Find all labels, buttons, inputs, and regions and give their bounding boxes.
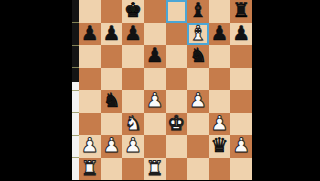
chess-board: ♚♝♜♟♟♟♝♟♟♟♞♞♟♟♞♚♟♟♟♟♛♟♜♜	[79, 0, 252, 180]
square-d6[interactable]: ♟	[144, 45, 166, 68]
white-king[interactable]: ♚	[167, 113, 185, 133]
black-pawn[interactable]: ♟	[146, 45, 164, 65]
square-h2[interactable]: ♟	[230, 135, 252, 158]
evaluation-bar-tick	[72, 22, 79, 23]
white-bishop[interactable]: ♝	[189, 23, 207, 43]
square-f4[interactable]: ♟	[187, 90, 209, 113]
square-b3[interactable]	[101, 113, 123, 136]
evaluation-bar-black-section	[72, 0, 79, 82]
evaluation-bar-tick	[72, 90, 79, 91]
black-pawn[interactable]: ♟	[124, 23, 142, 43]
black-rook[interactable]: ♜	[232, 0, 250, 20]
black-pawn[interactable]: ♟	[211, 23, 229, 43]
square-b4[interactable]: ♞	[101, 90, 123, 113]
square-a8[interactable]	[79, 0, 101, 23]
square-g2[interactable]: ♛	[209, 135, 231, 158]
square-h1[interactable]	[230, 158, 252, 181]
square-a5[interactable]	[79, 68, 101, 91]
square-c2[interactable]: ♟	[122, 135, 144, 158]
square-g5[interactable]	[209, 68, 231, 91]
black-king[interactable]: ♚	[124, 0, 142, 20]
black-pawn[interactable]: ♟	[81, 23, 99, 43]
black-knight[interactable]: ♞	[102, 90, 120, 110]
evaluation-bar-tick	[72, 157, 79, 158]
app-canvas: ♚♝♜♟♟♟♝♟♟♟♞♞♟♟♞♚♟♟♟♟♛♟♜♜	[0, 0, 320, 180]
white-pawn[interactable]: ♟	[124, 135, 142, 155]
square-h6[interactable]	[230, 45, 252, 68]
black-pawn[interactable]: ♟	[232, 23, 250, 43]
square-c7[interactable]: ♟	[122, 23, 144, 46]
square-f8[interactable]: ♝	[187, 0, 209, 23]
square-d3[interactable]	[144, 113, 166, 136]
white-pawn[interactable]: ♟	[146, 90, 164, 110]
square-h8[interactable]: ♜	[230, 0, 252, 23]
square-c8[interactable]: ♚	[122, 0, 144, 23]
square-c1[interactable]	[122, 158, 144, 181]
evaluation-bar-tick	[72, 135, 79, 136]
square-d4[interactable]: ♟	[144, 90, 166, 113]
square-a1[interactable]: ♜	[79, 158, 101, 181]
square-g8[interactable]	[209, 0, 231, 23]
square-a7[interactable]: ♟	[79, 23, 101, 46]
evaluation-bar-tick	[72, 45, 79, 46]
square-c4[interactable]	[122, 90, 144, 113]
square-f5[interactable]	[187, 68, 209, 91]
square-g3[interactable]: ♟	[209, 113, 231, 136]
square-d2[interactable]	[144, 135, 166, 158]
square-h7[interactable]: ♟	[230, 23, 252, 46]
square-d8[interactable]	[144, 0, 166, 23]
square-c6[interactable]	[122, 45, 144, 68]
square-g1[interactable]	[209, 158, 231, 181]
square-b7[interactable]: ♟	[101, 23, 123, 46]
square-d7[interactable]	[144, 23, 166, 46]
black-pawn[interactable]: ♟	[102, 23, 120, 43]
evaluation-bar-white-section	[72, 82, 79, 180]
square-e6[interactable]	[166, 45, 188, 68]
square-f1[interactable]	[187, 158, 209, 181]
square-f6[interactable]: ♞	[187, 45, 209, 68]
square-d1[interactable]: ♜	[144, 158, 166, 181]
square-h3[interactable]	[230, 113, 252, 136]
white-pawn[interactable]: ♟	[81, 135, 99, 155]
square-f2[interactable]	[187, 135, 209, 158]
square-e3[interactable]: ♚	[166, 113, 188, 136]
square-b1[interactable]	[101, 158, 123, 181]
square-g7[interactable]: ♟	[209, 23, 231, 46]
square-h5[interactable]	[230, 68, 252, 91]
square-e4[interactable]	[166, 90, 188, 113]
square-c5[interactable]	[122, 68, 144, 91]
square-e7[interactable]	[166, 23, 188, 46]
white-knight[interactable]: ♞	[124, 113, 142, 133]
white-pawn[interactable]: ♟	[102, 135, 120, 155]
square-d5[interactable]	[144, 68, 166, 91]
black-queen[interactable]: ♛	[211, 135, 229, 155]
square-b2[interactable]: ♟	[101, 135, 123, 158]
square-f3[interactable]	[187, 113, 209, 136]
evaluation-bar-tick	[72, 67, 79, 68]
square-e2[interactable]	[166, 135, 188, 158]
square-g4[interactable]	[209, 90, 231, 113]
evaluation-bar	[72, 0, 79, 180]
square-a3[interactable]	[79, 113, 101, 136]
evaluation-bar-tick	[72, 112, 79, 113]
black-bishop[interactable]: ♝	[189, 0, 207, 20]
square-e1[interactable]	[166, 158, 188, 181]
square-h4[interactable]	[230, 90, 252, 113]
square-b5[interactable]	[101, 68, 123, 91]
square-c3[interactable]: ♞	[122, 113, 144, 136]
square-a2[interactable]: ♟	[79, 135, 101, 158]
black-knight[interactable]: ♞	[189, 45, 207, 65]
square-a4[interactable]	[79, 90, 101, 113]
white-pawn[interactable]: ♟	[189, 90, 207, 110]
square-b6[interactable]	[101, 45, 123, 68]
square-a6[interactable]	[79, 45, 101, 68]
white-pawn[interactable]: ♟	[232, 135, 250, 155]
square-e8[interactable]	[166, 0, 188, 23]
square-f7[interactable]: ♝	[187, 23, 209, 46]
white-rook[interactable]: ♜	[146, 158, 164, 178]
square-g6[interactable]	[209, 45, 231, 68]
square-e5[interactable]	[166, 68, 188, 91]
square-b8[interactable]	[101, 0, 123, 23]
white-rook[interactable]: ♜	[81, 158, 99, 178]
white-pawn[interactable]: ♟	[211, 113, 229, 133]
